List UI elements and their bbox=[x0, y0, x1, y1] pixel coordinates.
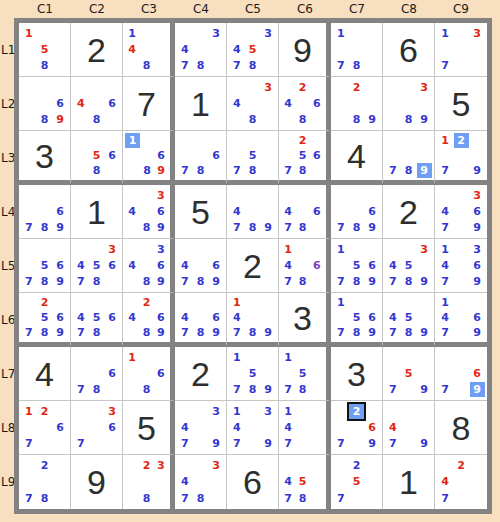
candidate-pos-8: 8 bbox=[193, 163, 209, 178]
candidate-pos-3 bbox=[469, 133, 485, 148]
col-label-C9: C9 bbox=[435, 0, 487, 18]
candidate-pos-3 bbox=[104, 79, 120, 95]
cell-L8C1[interactable]: 1267 bbox=[19, 401, 71, 455]
candidate-pos-8 bbox=[349, 436, 365, 452]
candidate-pos-5: 5 bbox=[37, 257, 53, 273]
candidate-pos-4 bbox=[385, 365, 401, 381]
candidate-pos-5: 5 bbox=[245, 365, 261, 381]
candidate-pos-8: 8 bbox=[245, 58, 261, 74]
candidate-pos-8: 8 bbox=[37, 490, 53, 507]
candidate-pos-7 bbox=[125, 220, 139, 236]
candidate-pos-7: 7 bbox=[281, 382, 295, 398]
candidate-9: 9 bbox=[473, 222, 481, 233]
candidate-grid: 56789 bbox=[19, 239, 70, 292]
candidate-pos-9: 9 bbox=[154, 325, 168, 340]
candidate-pos-5 bbox=[453, 148, 469, 163]
cell-L2C8[interactable]: 389 bbox=[383, 77, 435, 131]
candidate-pos-4: 4 bbox=[125, 203, 139, 219]
cell-L7C2[interactable]: 678 bbox=[71, 347, 123, 401]
cell-L7C7[interactable]: 3 bbox=[331, 347, 383, 401]
candidate-pos-1: 1 bbox=[333, 25, 349, 41]
candidate-3: 3 bbox=[157, 190, 165, 201]
candidate-pos-4 bbox=[73, 365, 89, 381]
candidate-6: 6 bbox=[212, 260, 220, 271]
cell-L3C9[interactable]: 1279 bbox=[435, 131, 487, 185]
candidate-pos-6: 6 bbox=[52, 203, 68, 219]
cell-L2C4[interactable]: 1 bbox=[175, 77, 227, 131]
candidate-1: 1 bbox=[233, 297, 241, 308]
cell-L8C8[interactable]: 479 bbox=[383, 401, 435, 455]
candidate-pos-4 bbox=[333, 257, 349, 273]
cell-L8C9[interactable]: 8 bbox=[435, 401, 487, 455]
candidate-7: 7 bbox=[284, 438, 292, 449]
candidate-9: 9 bbox=[473, 276, 481, 287]
candidate-4: 4 bbox=[441, 476, 449, 487]
candidate-7: 7 bbox=[337, 60, 345, 71]
candidate-pos-6 bbox=[260, 203, 276, 219]
cell-L3C1[interactable]: 3 bbox=[19, 131, 71, 185]
candidate-6: 6 bbox=[108, 368, 116, 379]
candidate-pos-7: 7 bbox=[333, 436, 349, 452]
candidate-pos-9: 9 bbox=[52, 325, 68, 340]
solved-digit: 9 bbox=[87, 465, 106, 499]
candidate-4: 4 bbox=[441, 206, 449, 217]
cell-L5C5[interactable]: 2 bbox=[227, 239, 279, 293]
candidate-1: 1 bbox=[25, 28, 33, 39]
cell-L5C1[interactable]: 56789 bbox=[19, 239, 71, 293]
candidate-pos-7 bbox=[125, 490, 139, 507]
candidate-8: 8 bbox=[353, 327, 361, 338]
candidate-grid: 345789 bbox=[383, 239, 434, 292]
candidate-1: 1 bbox=[128, 28, 136, 39]
candidate-4: 4 bbox=[284, 260, 292, 271]
candidate-pos-5 bbox=[349, 203, 365, 219]
candidate-grid: 1689 bbox=[123, 131, 170, 180]
candidate-pos-8: 8 bbox=[245, 112, 261, 128]
candidate-pos-8: 8 bbox=[349, 58, 365, 74]
candidate-6: 6 bbox=[313, 206, 321, 217]
candidate-6: 6 bbox=[108, 150, 116, 161]
cell-L7C1[interactable]: 4 bbox=[19, 347, 71, 401]
candidate-pos-9 bbox=[364, 490, 380, 507]
candidate-pos-3: 3 bbox=[208, 25, 224, 41]
cell-L6C7[interactable]: 156789 bbox=[331, 293, 383, 347]
candidate-pos-3 bbox=[310, 457, 324, 474]
candidate-pos-7: 7 bbox=[281, 163, 295, 178]
candidate-8: 8 bbox=[197, 60, 205, 71]
candidate-pos-1: 1 bbox=[437, 25, 453, 41]
candidate-7: 7 bbox=[389, 276, 397, 287]
cell-L5C4[interactable]: 46789 bbox=[175, 239, 227, 293]
candidate-pos-4 bbox=[125, 474, 139, 491]
candidate-pos-9 bbox=[104, 163, 120, 178]
candidate-grid: 4678 bbox=[279, 185, 326, 238]
cell-L9C9[interactable]: 247 bbox=[435, 455, 487, 509]
candidate-pos-7: 7 bbox=[229, 163, 245, 178]
candidate-pos-8: 8 bbox=[139, 382, 153, 398]
cell-L3C5[interactable]: 578 bbox=[227, 131, 279, 185]
candidate-grid: 178 bbox=[331, 23, 382, 76]
candidate-pos-1 bbox=[177, 133, 193, 148]
cell-L9C7[interactable]: 257 bbox=[331, 455, 383, 509]
candidate-8: 8 bbox=[299, 384, 307, 395]
candidate-9: 9 bbox=[368, 327, 376, 338]
candidate-pos-6: 6 bbox=[104, 257, 120, 273]
candidate-pos-5 bbox=[245, 95, 261, 111]
cell-L1C6[interactable]: 9 bbox=[279, 23, 331, 77]
candidate-pos-9: 9 bbox=[416, 382, 432, 398]
candidate-pos-6 bbox=[154, 474, 168, 491]
cell-L5C6[interactable]: 14678 bbox=[279, 239, 331, 293]
candidate-pos-8: 8 bbox=[401, 325, 417, 340]
candidate-pos-3 bbox=[52, 295, 68, 310]
candidate-grid: 256789 bbox=[19, 293, 70, 342]
candidate-pos-2: 2 bbox=[295, 79, 309, 95]
candidate-pos-2 bbox=[453, 295, 469, 310]
candidate-pos-4: 4 bbox=[281, 474, 295, 491]
cell-L9C1[interactable]: 278 bbox=[19, 455, 71, 509]
candidate-pos-7: 7 bbox=[281, 490, 295, 507]
cell-L4C9[interactable]: 34679 bbox=[435, 185, 487, 239]
cell-L3C4[interactable]: 678 bbox=[175, 131, 227, 185]
cell-L4C4[interactable]: 5 bbox=[175, 185, 227, 239]
cell-L2C1[interactable]: 689 bbox=[19, 77, 71, 131]
candidate-pos-7 bbox=[125, 325, 139, 340]
candidate-pos-4 bbox=[73, 419, 89, 435]
candidate-pos-4 bbox=[333, 474, 349, 491]
cell-L9C2[interactable]: 9 bbox=[71, 455, 123, 509]
candidate-pos-2: 2 bbox=[37, 457, 53, 474]
candidate-pos-9 bbox=[469, 490, 485, 507]
candidate-pos-2: 2 bbox=[37, 295, 53, 310]
candidate-pos-5 bbox=[193, 41, 209, 57]
candidate-pos-8 bbox=[453, 220, 469, 236]
cell-L3C7[interactable]: 4 bbox=[331, 131, 383, 185]
candidate-pos-5 bbox=[193, 148, 209, 163]
candidate-1: 1 bbox=[337, 244, 345, 255]
cell-L9C5[interactable]: 6 bbox=[227, 455, 279, 509]
cell-L6C2[interactable]: 45678 bbox=[71, 293, 123, 347]
candidate-pos-3: 3 bbox=[260, 403, 276, 419]
cell-L2C6[interactable]: 2468 bbox=[279, 77, 331, 131]
candidate-pos-6 bbox=[52, 474, 68, 491]
cell-L5C8[interactable]: 345789 bbox=[383, 239, 435, 293]
candidate-6: 6 bbox=[473, 206, 481, 217]
cell-L1C7[interactable]: 178 bbox=[331, 23, 383, 77]
candidate-pos-1 bbox=[125, 295, 139, 310]
cell-L8C7[interactable]: 2679 bbox=[331, 401, 383, 455]
candidate-9: 9 bbox=[56, 276, 64, 287]
candidate-pos-4: 4 bbox=[73, 95, 89, 111]
solved-digit: 1 bbox=[191, 87, 210, 121]
candidate-7: 7 bbox=[284, 493, 292, 504]
candidate-pos-8: 8 bbox=[89, 112, 105, 128]
candidate-8: 8 bbox=[197, 276, 205, 287]
candidate-8: 8 bbox=[249, 327, 257, 338]
candidate-1: 1 bbox=[25, 406, 33, 417]
candidate-9: 9 bbox=[368, 222, 376, 233]
candidate-pos-3 bbox=[104, 295, 120, 310]
candidate-pos-9: 9 bbox=[52, 112, 68, 128]
candidate-7: 7 bbox=[25, 327, 33, 338]
candidate-pos-2 bbox=[193, 133, 209, 148]
cell-L9C6[interactable]: 4578 bbox=[279, 455, 331, 509]
candidate-2: 2 bbox=[353, 82, 361, 93]
candidate-pos-1 bbox=[437, 349, 453, 365]
cell-L2C5[interactable]: 348 bbox=[227, 77, 279, 131]
cell-L7C8[interactable]: 579 bbox=[383, 347, 435, 401]
candidate-4: 4 bbox=[128, 312, 136, 323]
candidate-pos-5 bbox=[37, 419, 53, 435]
candidate-4: 4 bbox=[181, 312, 189, 323]
candidate-pos-4 bbox=[333, 203, 349, 219]
cell-L6C1[interactable]: 256789 bbox=[19, 293, 71, 347]
cell-L2C3[interactable]: 7 bbox=[123, 77, 175, 131]
candidate-pos-1 bbox=[385, 133, 401, 148]
cell-L2C9[interactable]: 5 bbox=[435, 77, 487, 131]
candidate-5: 5 bbox=[405, 260, 413, 271]
candidate-8: 8 bbox=[249, 222, 257, 233]
candidate-grid: 6789 bbox=[19, 185, 70, 238]
candidate-7: 7 bbox=[441, 165, 449, 176]
candidate-pos-4 bbox=[437, 365, 453, 381]
cell-L7C4[interactable]: 2 bbox=[175, 347, 227, 401]
candidate-pos-5 bbox=[140, 148, 154, 163]
candidate-pos-7: 7 bbox=[281, 436, 295, 452]
candidate-pos-6: 6 bbox=[104, 419, 120, 435]
column-labels: C1C2C3C4C5C6C7C8C9 bbox=[14, 0, 500, 18]
candidate-pos-4 bbox=[281, 148, 295, 163]
cell-L4C2[interactable]: 1 bbox=[71, 185, 123, 239]
candidate-pos-8: 8 bbox=[193, 325, 209, 340]
candidate-8: 8 bbox=[41, 114, 49, 125]
candidate-pos-6 bbox=[260, 419, 276, 435]
candidate-pos-9 bbox=[104, 325, 120, 340]
candidate-pos-6 bbox=[260, 310, 276, 325]
candidate-pos-7 bbox=[281, 112, 295, 128]
candidate-pos-3 bbox=[104, 349, 120, 365]
solved-digit: 3 bbox=[347, 357, 366, 391]
cell-L3C6[interactable]: 25678 bbox=[279, 131, 331, 185]
candidate-pos-6 bbox=[469, 148, 485, 163]
candidate-6: 6 bbox=[368, 206, 376, 217]
candidate-pos-3: 3 bbox=[469, 241, 485, 257]
candidate-pos-8: 8 bbox=[193, 274, 209, 290]
candidate-4: 4 bbox=[77, 260, 85, 271]
candidate-grid: 568 bbox=[71, 131, 122, 180]
cell-L4C6[interactable]: 4678 bbox=[279, 185, 331, 239]
candidate-pos-8: 8 bbox=[89, 274, 105, 290]
candidate-7: 7 bbox=[77, 276, 85, 287]
candidate-9: 9 bbox=[368, 276, 376, 287]
cell-L4C5[interactable]: 4789 bbox=[227, 185, 279, 239]
cell-L8C6[interactable]: 147 bbox=[279, 401, 331, 455]
candidate-3: 3 bbox=[473, 190, 481, 201]
candidate-pos-6: 6 bbox=[469, 310, 485, 325]
candidate-9: 9 bbox=[420, 327, 428, 338]
sudoku-app: C1C2C3C4C5C6C7C8C9 L1L2L3L4L5L6L7L8L9 15… bbox=[0, 0, 500, 522]
candidate-pos-4: 4 bbox=[385, 310, 401, 325]
candidate-3: 3 bbox=[473, 28, 481, 39]
candidate-pos-5: 5 bbox=[295, 474, 309, 491]
candidate-pos-6 bbox=[364, 41, 380, 57]
candidate-1: 1 bbox=[284, 352, 292, 363]
candidate-pos-8: 8 bbox=[37, 220, 53, 236]
cell-L9C4[interactable]: 3478 bbox=[175, 455, 227, 509]
candidate-pos-6 bbox=[310, 365, 324, 381]
cell-L1C3[interactable]: 148 bbox=[123, 23, 175, 77]
candidate-pos-9: 9 bbox=[416, 274, 432, 290]
candidate-pos-1 bbox=[73, 133, 89, 148]
candidate-3: 3 bbox=[212, 460, 220, 471]
cell-L6C5[interactable]: 14789 bbox=[227, 293, 279, 347]
cell-L1C8[interactable]: 6 bbox=[383, 23, 435, 77]
candidate-pos-8: 8 bbox=[37, 58, 53, 74]
candidate-4: 4 bbox=[284, 206, 292, 217]
candidate-pos-9: 9 bbox=[469, 220, 485, 236]
cell-L6C9[interactable]: 14679 bbox=[435, 293, 487, 347]
cell-L9C8[interactable]: 1 bbox=[383, 455, 435, 509]
candidate-pos-5: 5 bbox=[401, 310, 417, 325]
candidate-pos-1 bbox=[385, 349, 401, 365]
candidate-pos-4 bbox=[21, 419, 37, 435]
cell-L1C1[interactable]: 158 bbox=[19, 23, 71, 77]
cell-L8C3[interactable]: 5 bbox=[123, 401, 175, 455]
candidate-pos-4 bbox=[281, 365, 295, 381]
candidate-pos-3 bbox=[310, 187, 324, 203]
cell-L3C2[interactable]: 568 bbox=[71, 131, 123, 185]
candidate-7: 7 bbox=[181, 165, 189, 176]
candidate-pos-8: 8 bbox=[245, 325, 261, 340]
candidate-6: 6 bbox=[313, 98, 321, 109]
candidate-pos-1 bbox=[125, 241, 139, 257]
cell-L5C7[interactable]: 156789 bbox=[331, 239, 383, 293]
candidate-pos-3: 3 bbox=[260, 79, 276, 95]
candidate-pos-5 bbox=[37, 474, 53, 491]
candidate-pos-2 bbox=[453, 349, 469, 365]
candidate-pos-4: 4 bbox=[437, 310, 453, 325]
candidate-pos-5 bbox=[453, 203, 469, 219]
cell-L5C9[interactable]: 134679 bbox=[435, 239, 487, 293]
cell-L7C3[interactable]: 168 bbox=[123, 347, 175, 401]
candidate-pos-1: 1 bbox=[281, 403, 295, 419]
candidate-pos-8: 8 bbox=[349, 112, 365, 128]
candidate-9: 9 bbox=[420, 276, 428, 287]
cell-L4C3[interactable]: 34689 bbox=[123, 185, 175, 239]
candidate-pos-9: 9 bbox=[52, 274, 68, 290]
candidate-pos-1 bbox=[385, 403, 401, 419]
candidate-pos-2: 2 bbox=[349, 403, 365, 419]
cell-L6C3[interactable]: 24689 bbox=[123, 293, 175, 347]
candidate-pos-4 bbox=[125, 148, 140, 163]
cell-L7C5[interactable]: 15789 bbox=[227, 347, 279, 401]
candidate-pos-7: 7 bbox=[229, 436, 245, 452]
cell-L1C9[interactable]: 137 bbox=[435, 23, 487, 77]
candidate-pos-6: 6 bbox=[364, 310, 380, 325]
cell-L6C8[interactable]: 45789 bbox=[383, 293, 435, 347]
candidate-8: 8 bbox=[93, 165, 101, 176]
cell-L4C1[interactable]: 6789 bbox=[19, 185, 71, 239]
candidate-pos-7: 7 bbox=[437, 382, 453, 398]
cell-L4C8[interactable]: 2 bbox=[383, 185, 435, 239]
candidate-7: 7 bbox=[441, 327, 449, 338]
cell-L6C4[interactable]: 46789 bbox=[175, 293, 227, 347]
candidate-pos-3 bbox=[364, 187, 380, 203]
cell-L1C5[interactable]: 34578 bbox=[227, 23, 279, 77]
candidate-grid: 689 bbox=[19, 77, 70, 130]
candidate-8: 8 bbox=[249, 384, 257, 395]
candidate-pos-1 bbox=[229, 187, 245, 203]
candidate-pos-5: 5 bbox=[89, 148, 105, 163]
candidate-pos-4: 4 bbox=[177, 474, 193, 491]
candidate-pos-2 bbox=[245, 79, 261, 95]
candidate-4: 4 bbox=[181, 260, 189, 271]
candidate-pos-3 bbox=[416, 133, 432, 148]
candidate-grid: 25678 bbox=[279, 131, 326, 180]
candidate-4: 4 bbox=[128, 44, 136, 55]
candidate-8: 8 bbox=[197, 327, 205, 338]
candidate-pos-2 bbox=[295, 241, 309, 257]
candidate-8: 8 bbox=[93, 384, 101, 395]
candidate-pos-6 bbox=[154, 41, 168, 57]
candidate-pos-7: 7 bbox=[229, 220, 245, 236]
cell-L5C2[interactable]: 345678 bbox=[71, 239, 123, 293]
candidate-grid: 4578 bbox=[279, 455, 326, 509]
candidate-grid: 479 bbox=[383, 401, 434, 454]
candidate-pos-4: 4 bbox=[229, 419, 245, 435]
candidate-pos-6: 6 bbox=[52, 95, 68, 111]
candidate-9: 9 bbox=[420, 384, 428, 395]
candidate-pos-6 bbox=[310, 419, 324, 435]
cell-L3C8[interactable]: 789 bbox=[383, 131, 435, 185]
candidate-grid: 1279 bbox=[435, 131, 487, 180]
candidate-grid: 6789 bbox=[331, 185, 382, 238]
cell-L9C3[interactable]: 238 bbox=[123, 455, 175, 509]
candidate-7: 7 bbox=[337, 327, 345, 338]
candidate-pos-5 bbox=[401, 419, 417, 435]
candidate-pos-7 bbox=[73, 163, 89, 178]
cell-L2C7[interactable]: 289 bbox=[331, 77, 383, 131]
cell-L8C5[interactable]: 13479 bbox=[227, 401, 279, 455]
candidate-pos-8: 8 bbox=[139, 274, 153, 290]
candidate-grid: 257 bbox=[331, 455, 382, 509]
cell-L1C4[interactable]: 3478 bbox=[175, 23, 227, 77]
cell-L7C6[interactable]: 1578 bbox=[279, 347, 331, 401]
candidate-pos-1 bbox=[21, 241, 37, 257]
candidate-pos-9: 9 bbox=[208, 436, 224, 452]
candidate-pos-4 bbox=[21, 203, 37, 219]
cell-L1C2[interactable]: 2 bbox=[71, 23, 123, 77]
candidate-pos-3: 3 bbox=[469, 187, 485, 203]
candidate-grid: 238 bbox=[123, 455, 170, 509]
candidate-grid: 34689 bbox=[123, 185, 170, 238]
candidate-pos-7: 7 bbox=[73, 274, 89, 290]
candidate-pos-3 bbox=[208, 241, 224, 257]
cell-L8C2[interactable]: 367 bbox=[71, 401, 123, 455]
candidate-pos-8: 8 bbox=[295, 163, 309, 178]
candidate-9: 9 bbox=[264, 438, 272, 449]
cell-L7C9[interactable]: 679 bbox=[435, 347, 487, 401]
candidate-pos-3: 3 bbox=[104, 403, 120, 419]
cell-L6C6[interactable]: 3 bbox=[279, 293, 331, 347]
candidate-7: 7 bbox=[441, 493, 449, 504]
cell-L3C3[interactable]: 1689 bbox=[123, 131, 175, 185]
cell-L8C4[interactable]: 3479 bbox=[175, 401, 227, 455]
cell-L4C7[interactable]: 6789 bbox=[331, 185, 383, 239]
cell-L5C3[interactable]: 34689 bbox=[123, 239, 175, 293]
cell-L2C2[interactable]: 468 bbox=[71, 77, 123, 131]
solved-digit: 5 bbox=[137, 411, 156, 445]
